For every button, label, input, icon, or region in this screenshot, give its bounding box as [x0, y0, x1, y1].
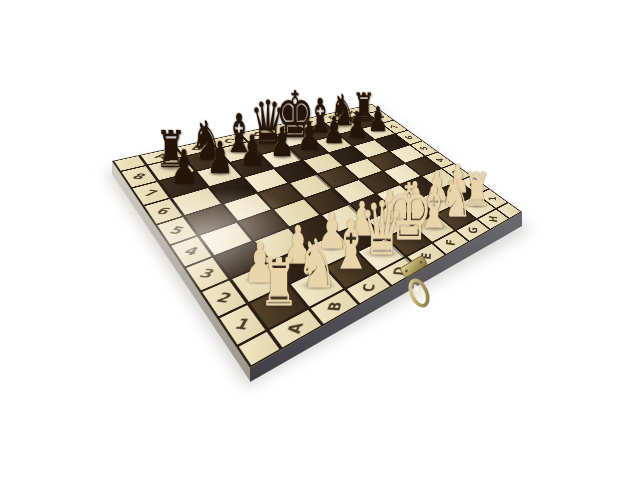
rank-label-text: 8 — [130, 172, 149, 181]
file-label-text: B — [325, 301, 344, 312]
rank-label-text: 6 — [404, 135, 414, 139]
piece-a7-black-pawn[interactable]: ♟ — [169, 145, 197, 192]
rank-label-text: 7 — [389, 125, 399, 129]
piece-c7-black-pawn[interactable]: ♟ — [239, 130, 265, 172]
piece-b7-black-pawn[interactable]: ♟ — [206, 137, 233, 181]
rank-label-text: 5 — [167, 225, 187, 236]
piece-e7-black-pawn[interactable]: ♟ — [297, 117, 321, 156]
rank-label-text: 4 — [435, 157, 445, 162]
piece-f7-black-pawn[interactable]: ♟ — [322, 112, 345, 149]
piece-h7-black-pawn[interactable]: ♟ — [367, 102, 388, 136]
file-label-text: A — [285, 322, 307, 334]
rank-label-text: 5 — [419, 146, 429, 151]
piece-d7-black-pawn[interactable]: ♟ — [269, 123, 294, 163]
piece-g7-black-pawn[interactable]: ♟ — [346, 107, 368, 143]
chess-set-photo: ABCDEFGH8877665544332211ABCDEFGH ♜♞♝♛♚♝♞… — [0, 0, 640, 480]
rank-label-text: 6 — [153, 206, 172, 216]
rank-label-text: 2 — [214, 291, 234, 305]
rank-label-text: 7 — [141, 188, 160, 197]
rank-label-text: 4 — [181, 245, 201, 257]
piece-a1-white-rook[interactable]: ♜ — [259, 250, 299, 316]
rank-label-text: 1 — [232, 316, 253, 331]
rank-label-text: 3 — [197, 267, 217, 280]
piece-b1-white-knight[interactable]: ♞ — [297, 229, 338, 297]
